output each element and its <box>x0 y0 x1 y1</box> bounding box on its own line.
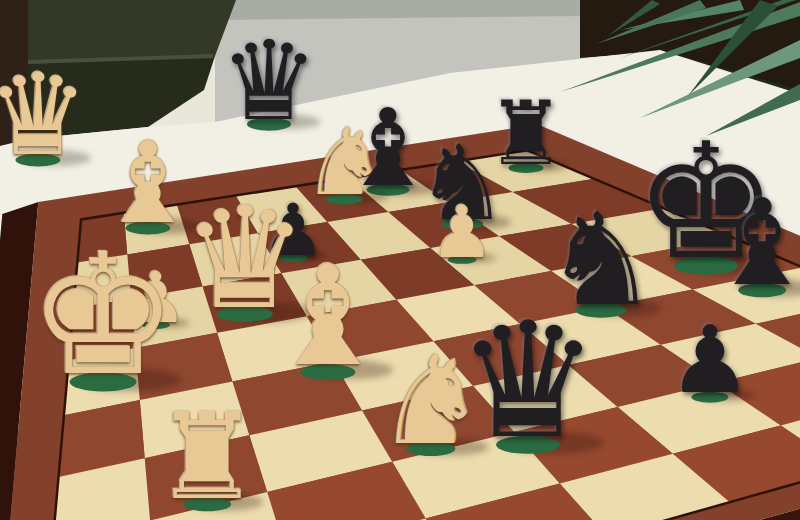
piece-glyph-bishop: ♝ <box>709 184 800 303</box>
piece-glyph-knight: ♞ <box>376 339 486 462</box>
piece-glyph-pawn: ♟ <box>430 196 495 268</box>
piece-glyph-pawn: ♟ <box>668 314 751 407</box>
piece-glyph-rook: ♜ <box>154 398 261 517</box>
chess-scene: ♜♝♞♝♞♟♟♛♟♚♚♝♞♝♟♞♛♜♛♛ <box>0 0 800 520</box>
piece-glyph-king: ♚ <box>28 232 178 399</box>
piece-glyph-bishop: ♝ <box>266 248 390 386</box>
piece-glyph-queen: ♛ <box>0 59 89 172</box>
pieces-layer: ♜♝♞♝♞♟♟♛♟♚♚♝♞♝♟♞♛♜♛♛ <box>0 0 800 520</box>
